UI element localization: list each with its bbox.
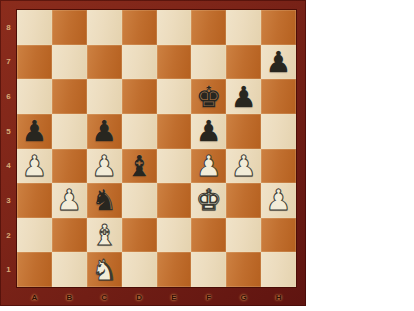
square-h5[interactable] xyxy=(261,114,296,149)
square-h6[interactable] xyxy=(261,79,296,114)
square-g2[interactable] xyxy=(226,218,261,253)
square-a5[interactable]: ♟ xyxy=(17,114,52,149)
white-pawn-h3[interactable]: ♟ xyxy=(266,183,292,217)
square-f3[interactable]: ♚ xyxy=(191,183,226,218)
white-king-f3[interactable]: ♚ xyxy=(196,183,222,217)
square-f8[interactable] xyxy=(191,10,226,45)
square-e3[interactable] xyxy=(157,183,192,218)
square-c5[interactable]: ♟ xyxy=(87,114,122,149)
rank-labels: 87654321 xyxy=(0,10,17,287)
square-d2[interactable] xyxy=(122,218,157,253)
white-pawn-f4[interactable]: ♟ xyxy=(196,149,222,183)
file-label-c: C xyxy=(87,288,122,307)
square-d5[interactable] xyxy=(122,114,157,149)
square-f1[interactable] xyxy=(191,252,226,287)
file-label-d: D xyxy=(122,288,157,307)
white-pawn-b3[interactable]: ♟ xyxy=(56,183,82,217)
white-pawn-a4[interactable]: ♟ xyxy=(21,149,47,183)
square-b5[interactable] xyxy=(52,114,87,149)
rank-label-2: 2 xyxy=(0,218,17,253)
square-g3[interactable] xyxy=(226,183,261,218)
rank-label-5: 5 xyxy=(0,114,17,149)
square-g5[interactable] xyxy=(226,114,261,149)
square-h8[interactable] xyxy=(261,10,296,45)
black-bishop-d4[interactable]: ♝ xyxy=(126,149,152,183)
square-g1[interactable] xyxy=(226,252,261,287)
square-e2[interactable] xyxy=(157,218,192,253)
square-f6[interactable]: ♚ xyxy=(191,79,226,114)
square-f2[interactable] xyxy=(191,218,226,253)
black-king-f6[interactable]: ♚ xyxy=(196,80,222,114)
square-e6[interactable] xyxy=(157,79,192,114)
square-a8[interactable] xyxy=(17,10,52,45)
square-a3[interactable] xyxy=(17,183,52,218)
square-c7[interactable] xyxy=(87,45,122,80)
square-b2[interactable] xyxy=(52,218,87,253)
square-c1[interactable]: ♞ xyxy=(87,252,122,287)
file-label-e: E xyxy=(157,288,192,307)
square-a7[interactable] xyxy=(17,45,52,80)
black-pawn-g6[interactable]: ♟ xyxy=(231,80,257,114)
black-knight-c3[interactable]: ♞ xyxy=(91,183,117,217)
square-e1[interactable] xyxy=(157,252,192,287)
square-f4[interactable]: ♟ xyxy=(191,149,226,184)
square-d4[interactable]: ♝ xyxy=(122,149,157,184)
rank-label-1: 1 xyxy=(0,252,17,287)
square-b4[interactable] xyxy=(52,149,87,184)
file-label-a: A xyxy=(17,288,52,307)
square-c3[interactable]: ♞ xyxy=(87,183,122,218)
square-d6[interactable] xyxy=(122,79,157,114)
square-a6[interactable] xyxy=(17,79,52,114)
square-e5[interactable] xyxy=(157,114,192,149)
chess-board: 87654321 ♟♚♟♟♟♟♟♟♝♟♟♟♞♚♟♝♞ ABCDEFGH xyxy=(0,0,306,306)
square-h4[interactable] xyxy=(261,149,296,184)
square-h2[interactable] xyxy=(261,218,296,253)
file-label-b: B xyxy=(52,288,87,307)
square-d1[interactable] xyxy=(122,252,157,287)
square-c4[interactable]: ♟ xyxy=(87,149,122,184)
white-pawn-g4[interactable]: ♟ xyxy=(231,149,257,183)
rank-label-8: 8 xyxy=(0,10,17,45)
square-g4[interactable]: ♟ xyxy=(226,149,261,184)
app-background: 87654321 ♟♚♟♟♟♟♟♟♝♟♟♟♞♚♟♝♞ ABCDEFGH xyxy=(0,0,414,311)
board-squares: ♟♚♟♟♟♟♟♟♝♟♟♟♞♚♟♝♞ xyxy=(17,10,296,287)
file-labels: ABCDEFGH xyxy=(17,287,296,307)
black-pawn-a5[interactable]: ♟ xyxy=(21,114,47,148)
black-pawn-h7[interactable]: ♟ xyxy=(266,45,292,79)
square-b8[interactable] xyxy=(52,10,87,45)
square-d8[interactable] xyxy=(122,10,157,45)
white-pawn-c4[interactable]: ♟ xyxy=(91,149,117,183)
square-g6[interactable]: ♟ xyxy=(226,79,261,114)
square-e4[interactable] xyxy=(157,149,192,184)
square-c6[interactable] xyxy=(87,79,122,114)
square-h3[interactable]: ♟ xyxy=(261,183,296,218)
white-knight-c1[interactable]: ♞ xyxy=(91,253,117,287)
rank-label-6: 6 xyxy=(0,79,17,114)
black-pawn-c5[interactable]: ♟ xyxy=(91,114,117,148)
square-b7[interactable] xyxy=(52,45,87,80)
square-d3[interactable] xyxy=(122,183,157,218)
square-a2[interactable] xyxy=(17,218,52,253)
square-a4[interactable]: ♟ xyxy=(17,149,52,184)
file-label-g: G xyxy=(226,288,261,307)
square-d7[interactable] xyxy=(122,45,157,80)
square-b3[interactable]: ♟ xyxy=(52,183,87,218)
rank-label-3: 3 xyxy=(0,183,17,218)
white-bishop-c2[interactable]: ♝ xyxy=(91,218,117,252)
rank-label-7: 7 xyxy=(0,45,17,80)
square-f5[interactable]: ♟ xyxy=(191,114,226,149)
square-g8[interactable] xyxy=(226,10,261,45)
rank-label-4: 4 xyxy=(0,149,17,184)
file-label-f: F xyxy=(191,288,226,307)
square-c8[interactable] xyxy=(87,10,122,45)
square-h1[interactable] xyxy=(261,252,296,287)
square-b6[interactable] xyxy=(52,79,87,114)
square-h7[interactable]: ♟ xyxy=(261,45,296,80)
square-e8[interactable] xyxy=(157,10,192,45)
black-pawn-f5[interactable]: ♟ xyxy=(196,114,222,148)
square-e7[interactable] xyxy=(157,45,192,80)
file-label-h: H xyxy=(261,288,296,307)
square-g7[interactable] xyxy=(226,45,261,80)
square-b1[interactable] xyxy=(52,252,87,287)
square-f7[interactable] xyxy=(191,45,226,80)
square-c2[interactable]: ♝ xyxy=(87,218,122,253)
square-a1[interactable] xyxy=(17,252,52,287)
